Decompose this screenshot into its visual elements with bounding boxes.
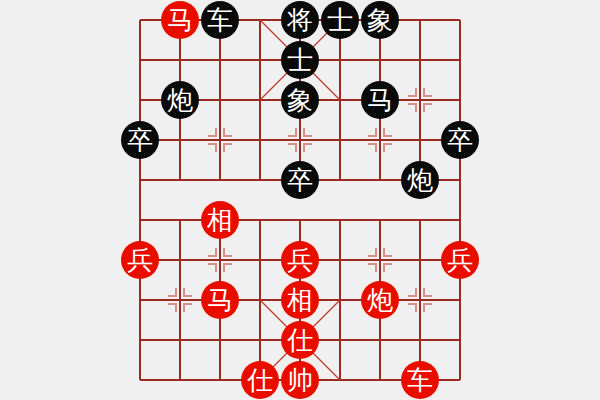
piece-black-elephant[interactable]: 象	[361, 1, 399, 39]
piece-black-soldier[interactable]: 卒	[441, 121, 479, 159]
piece-black-soldier[interactable]: 卒	[121, 121, 159, 159]
piece-black-advisor[interactable]: 士	[281, 41, 319, 79]
piece-red-advisor[interactable]: 仕	[241, 361, 279, 399]
piece-red-soldier[interactable]: 兵	[441, 241, 479, 279]
piece-black-horse[interactable]: 马	[361, 81, 399, 119]
piece-red-soldier[interactable]: 兵	[281, 241, 319, 279]
piece-red-cannon[interactable]: 炮	[361, 281, 399, 319]
piece-black-cannon[interactable]: 炮	[401, 161, 439, 199]
piece-red-soldier[interactable]: 兵	[121, 241, 159, 279]
piece-red-horse[interactable]: 马	[161, 1, 199, 39]
piece-red-general[interactable]: 帅	[281, 361, 319, 399]
piece-black-general[interactable]: 将	[281, 1, 319, 39]
piece-red-elephant[interactable]: 相	[281, 281, 319, 319]
piece-red-advisor[interactable]: 仕	[281, 321, 319, 359]
piece-black-soldier[interactable]: 卒	[281, 161, 319, 199]
piece-red-horse[interactable]: 马	[201, 281, 239, 319]
piece-red-elephant[interactable]: 相	[201, 201, 239, 239]
pieces-layer: 马车将士象士炮象马卒卒卒炮相兵兵兵马相炮仕仕帅车	[120, 0, 480, 400]
xiangqi-app-window: 马车将士象士炮象马卒卒卒炮相兵兵兵马相炮仕仕帅车	[0, 0, 600, 400]
piece-black-advisor[interactable]: 士	[321, 1, 359, 39]
piece-red-chariot[interactable]: 车	[401, 361, 439, 399]
piece-black-chariot[interactable]: 车	[201, 1, 239, 39]
piece-black-cannon[interactable]: 炮	[161, 81, 199, 119]
piece-black-elephant[interactable]: 象	[281, 81, 319, 119]
